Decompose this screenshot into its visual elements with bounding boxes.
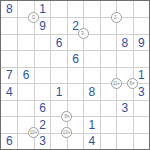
cell-r7c2[interactable]	[17, 100, 33, 116]
given-digit: 3	[39, 135, 46, 147]
cell-r1c9[interactable]	[133, 1, 149, 17]
given-digit: 8	[6, 3, 13, 15]
circle-clue-text: 2-	[114, 15, 118, 20]
cell-r7c8[interactable]: 3	[116, 100, 132, 116]
given-digit: 8	[89, 86, 96, 98]
cell-r6c4[interactable]: 1	[50, 83, 66, 99]
cell-r2c9[interactable]	[133, 17, 149, 33]
cell-r2c1[interactable]	[1, 17, 17, 33]
cell-r7c9[interactable]	[133, 100, 149, 116]
cell-r4c2[interactable]	[17, 50, 33, 66]
mathrax-circle-clue: 8×	[61, 111, 72, 122]
given-digit: 9	[138, 37, 145, 49]
cell-r9c8[interactable]	[116, 133, 132, 149]
cell-r2c4[interactable]	[50, 17, 66, 33]
cell-r5c2[interactable]: 6	[17, 67, 33, 83]
cell-r3c7[interactable]	[100, 34, 116, 50]
cell-r7c1[interactable]	[1, 100, 17, 116]
mathrax-circle-clue: 2-	[111, 12, 122, 23]
cell-r3c3[interactable]	[34, 34, 50, 50]
given-digit: 6	[72, 53, 79, 65]
cell-r5c5[interactable]	[67, 67, 83, 83]
cell-r8c8[interactable]	[116, 116, 132, 132]
circle-clue-text: 13+	[63, 130, 71, 135]
cell-r1c5[interactable]	[67, 1, 83, 17]
given-digit: 6	[23, 69, 30, 81]
cell-r1c6[interactable]	[83, 1, 99, 17]
cell-r5c3[interactable]	[34, 67, 50, 83]
cell-r4c6[interactable]	[83, 50, 99, 66]
circle-clue-text: 3-	[81, 32, 85, 37]
given-digit: 4	[6, 86, 13, 98]
given-digit: 6	[56, 37, 63, 49]
cell-r4c3[interactable]	[34, 50, 50, 66]
given-digit: 1	[56, 86, 63, 98]
cell-r3c4[interactable]: 6	[50, 34, 66, 50]
circle-clue-text: 8×	[64, 114, 69, 119]
cell-r9c6[interactable]: 4	[83, 133, 99, 149]
circle-clue-text: 10+	[30, 130, 38, 135]
given-digit: 6	[39, 102, 46, 114]
given-digit: 3	[121, 102, 128, 114]
cell-r6c6[interactable]: 8	[83, 83, 99, 99]
circle-clue-text: O	[32, 15, 36, 20]
cell-r3c9[interactable]: 9	[133, 34, 149, 50]
cell-r4c1[interactable]	[1, 50, 17, 66]
given-digit: 3	[138, 86, 145, 98]
given-digit: 1	[138, 69, 145, 81]
mathrax-circle-clue: 11+	[111, 78, 122, 89]
cell-r1c4[interactable]	[50, 1, 66, 17]
cell-r9c7[interactable]	[100, 133, 116, 149]
cell-r4c8[interactable]	[116, 50, 132, 66]
given-digit: 1	[39, 3, 46, 15]
cell-r8c9[interactable]	[133, 116, 149, 132]
mathrax-puzzle: 8192689676141836321634O2-3-11+6×8×10+13+	[0, 0, 150, 150]
given-digit: 6	[6, 135, 13, 147]
cell-r4c9[interactable]	[133, 50, 149, 66]
cell-r4c7[interactable]	[100, 50, 116, 66]
circle-clue-text: 11+	[112, 81, 119, 86]
cell-r5c6[interactable]	[83, 67, 99, 83]
cell-r8c6[interactable]: 1	[83, 116, 99, 132]
cell-r3c2[interactable]	[17, 34, 33, 50]
given-digit: 4	[89, 135, 96, 147]
cell-r6c3[interactable]	[34, 83, 50, 99]
cell-r9c9[interactable]	[133, 133, 149, 149]
cell-r8c7[interactable]	[100, 116, 116, 132]
cell-r3c1[interactable]	[1, 34, 17, 50]
given-digit: 2	[39, 119, 46, 131]
given-digit: 7	[6, 69, 13, 81]
cell-r6c1[interactable]: 4	[1, 83, 17, 99]
mathrax-circle-clue: 6×	[127, 78, 138, 89]
cell-r7c3[interactable]: 6	[34, 100, 50, 116]
cell-r3c8[interactable]: 8	[116, 34, 132, 50]
cell-r7c6[interactable]	[83, 100, 99, 116]
mathrax-board: 8192689676141836321634O2-3-11+6×8×10+13+	[0, 0, 150, 150]
cell-r7c7[interactable]	[100, 100, 116, 116]
cell-r1c1[interactable]: 8	[1, 1, 17, 17]
given-digit: 8	[121, 37, 128, 49]
cell-r4c5[interactable]: 6	[67, 50, 83, 66]
cell-r8c1[interactable]	[1, 116, 17, 132]
cell-r6c2[interactable]	[17, 83, 33, 99]
cell-r4c4[interactable]	[50, 50, 66, 66]
given-digit: 1	[89, 119, 96, 131]
cell-r9c1[interactable]: 6	[1, 133, 17, 149]
cell-r5c4[interactable]	[50, 67, 66, 83]
circle-clue-text: 6×	[130, 81, 135, 86]
cell-r5c1[interactable]: 7	[1, 67, 17, 83]
cell-r6c5[interactable]	[67, 83, 83, 99]
given-digit: 9	[39, 20, 46, 32]
